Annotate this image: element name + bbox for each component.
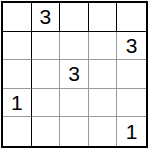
cell-r3c1[interactable] bbox=[3, 60, 32, 89]
cell-r4c5[interactable] bbox=[117, 89, 146, 118]
cell-r2c3[interactable] bbox=[60, 32, 89, 61]
cell-r1c4[interactable] bbox=[89, 3, 118, 32]
cell-r5c5[interactable]: 1 bbox=[117, 117, 146, 146]
cell-r4c2[interactable] bbox=[32, 89, 61, 118]
cell-r4c1[interactable]: 1 bbox=[3, 89, 32, 118]
cell-r2c4[interactable] bbox=[89, 32, 118, 61]
cell-r4c3[interactable] bbox=[60, 89, 89, 118]
cell-r5c1[interactable] bbox=[3, 117, 32, 146]
cell-r1c1[interactable] bbox=[3, 3, 32, 32]
cell-r4c4[interactable] bbox=[89, 89, 118, 118]
cell-r5c2[interactable] bbox=[32, 117, 61, 146]
cell-r1c3[interactable] bbox=[60, 3, 89, 32]
cell-r3c4[interactable] bbox=[89, 60, 118, 89]
cell-r1c5[interactable] bbox=[117, 3, 146, 32]
cell-r5c3[interactable] bbox=[60, 117, 89, 146]
cell-r2c1[interactable] bbox=[3, 32, 32, 61]
cell-r3c5[interactable] bbox=[117, 60, 146, 89]
cell-r3c3[interactable]: 3 bbox=[60, 60, 89, 89]
cell-r3c2[interactable] bbox=[32, 60, 61, 89]
puzzle-board: 3 3 3 1 1 bbox=[1, 1, 148, 148]
cell-r2c5[interactable]: 3 bbox=[117, 32, 146, 61]
cell-r1c2[interactable]: 3 bbox=[32, 3, 61, 32]
cell-r5c4[interactable] bbox=[89, 117, 118, 146]
cell-r2c2[interactable] bbox=[32, 32, 61, 61]
